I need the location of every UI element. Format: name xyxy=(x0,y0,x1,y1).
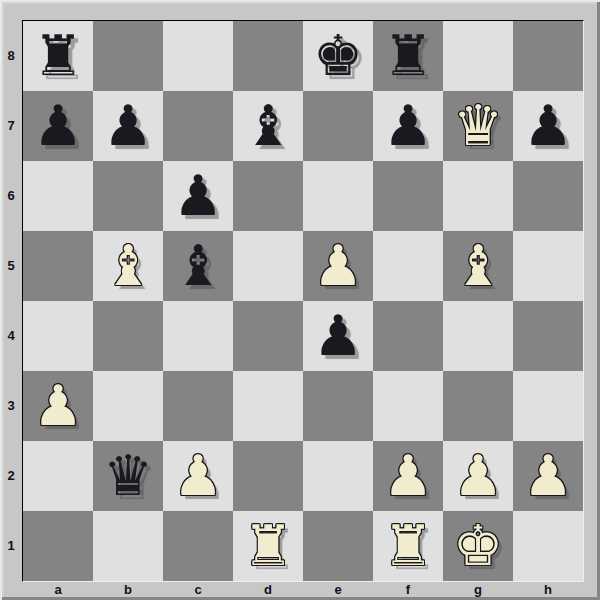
square-g3[interactable] xyxy=(443,371,513,441)
rank-label-7: 7 xyxy=(2,90,20,160)
board-frame: ♜♚♜♟♟♝♟♛♟♟♝♝♟♝♟♟♛♟♟♟♟♜♜♚ 87654321 abcdef… xyxy=(0,0,600,600)
square-h4[interactable] xyxy=(513,301,583,371)
square-e2[interactable] xyxy=(303,441,373,511)
rank-label-8: 8 xyxy=(2,20,20,90)
square-g5[interactable]: ♝ xyxy=(443,231,513,301)
square-a8[interactable]: ♜ xyxy=(23,21,93,91)
square-h3[interactable] xyxy=(513,371,583,441)
square-e8[interactable]: ♚ xyxy=(303,21,373,91)
square-d3[interactable] xyxy=(233,371,303,441)
rank-label-2: 2 xyxy=(2,440,20,510)
square-d7[interactable]: ♝ xyxy=(233,91,303,161)
square-g8[interactable] xyxy=(443,21,513,91)
square-c8[interactable] xyxy=(163,21,233,91)
square-f5[interactable] xyxy=(373,231,443,301)
file-label-d: d xyxy=(233,582,303,598)
square-f1[interactable]: ♜ xyxy=(373,511,443,581)
square-e7[interactable] xyxy=(303,91,373,161)
file-label-c: c xyxy=(163,582,233,598)
white-pawn: ♟ xyxy=(383,441,433,511)
square-h8[interactable] xyxy=(513,21,583,91)
file-label-a: a xyxy=(23,582,93,598)
black-rook: ♜ xyxy=(33,21,83,91)
file-label-f: f xyxy=(373,582,443,598)
white-bishop: ♝ xyxy=(103,231,153,301)
square-c4[interactable] xyxy=(163,301,233,371)
rank-label-1: 1 xyxy=(2,510,20,580)
white-pawn: ♟ xyxy=(173,441,223,511)
square-h5[interactable] xyxy=(513,231,583,301)
black-pawn: ♟ xyxy=(383,91,433,161)
square-a6[interactable] xyxy=(23,161,93,231)
square-e4[interactable]: ♟ xyxy=(303,301,373,371)
rank-label-6: 6 xyxy=(2,160,20,230)
white-pawn: ♟ xyxy=(33,371,83,441)
square-a2[interactable] xyxy=(23,441,93,511)
square-a3[interactable]: ♟ xyxy=(23,371,93,441)
square-f3[interactable] xyxy=(373,371,443,441)
white-rook: ♜ xyxy=(243,511,293,581)
square-b2[interactable]: ♛ xyxy=(93,441,163,511)
square-a5[interactable] xyxy=(23,231,93,301)
square-f6[interactable] xyxy=(373,161,443,231)
black-pawn: ♟ xyxy=(523,91,573,161)
white-king: ♚ xyxy=(453,511,503,581)
square-a4[interactable] xyxy=(23,301,93,371)
black-king: ♚ xyxy=(313,21,363,91)
rank-label-3: 3 xyxy=(2,370,20,440)
square-b5[interactable]: ♝ xyxy=(93,231,163,301)
white-pawn: ♟ xyxy=(523,441,573,511)
square-g4[interactable] xyxy=(443,301,513,371)
square-g7[interactable]: ♛ xyxy=(443,91,513,161)
square-f2[interactable]: ♟ xyxy=(373,441,443,511)
square-a1[interactable] xyxy=(23,511,93,581)
square-d5[interactable] xyxy=(233,231,303,301)
square-b7[interactable]: ♟ xyxy=(93,91,163,161)
square-c2[interactable]: ♟ xyxy=(163,441,233,511)
chess-board: ♜♚♜♟♟♝♟♛♟♟♝♝♟♝♟♟♛♟♟♟♟♜♜♚ xyxy=(22,20,584,582)
square-g1[interactable]: ♚ xyxy=(443,511,513,581)
white-rook: ♜ xyxy=(383,511,433,581)
square-b6[interactable] xyxy=(93,161,163,231)
black-bishop: ♝ xyxy=(173,231,223,301)
white-pawn: ♟ xyxy=(313,231,363,301)
black-bishop: ♝ xyxy=(243,91,293,161)
square-b8[interactable] xyxy=(93,21,163,91)
square-h6[interactable] xyxy=(513,161,583,231)
square-c5[interactable]: ♝ xyxy=(163,231,233,301)
rank-label-5: 5 xyxy=(2,230,20,300)
square-c7[interactable] xyxy=(163,91,233,161)
black-pawn: ♟ xyxy=(33,91,83,161)
black-rook: ♜ xyxy=(383,21,433,91)
square-g6[interactable] xyxy=(443,161,513,231)
square-e3[interactable] xyxy=(303,371,373,441)
white-pawn: ♟ xyxy=(453,441,503,511)
black-pawn: ♟ xyxy=(313,301,363,371)
black-queen: ♛ xyxy=(103,441,153,511)
square-d6[interactable] xyxy=(233,161,303,231)
file-label-h: h xyxy=(513,582,583,598)
square-d8[interactable] xyxy=(233,21,303,91)
square-d1[interactable]: ♜ xyxy=(233,511,303,581)
square-c6[interactable]: ♟ xyxy=(163,161,233,231)
square-h1[interactable] xyxy=(513,511,583,581)
square-b4[interactable] xyxy=(93,301,163,371)
rank-label-4: 4 xyxy=(2,300,20,370)
square-c1[interactable] xyxy=(163,511,233,581)
square-d4[interactable] xyxy=(233,301,303,371)
square-h7[interactable]: ♟ xyxy=(513,91,583,161)
square-f7[interactable]: ♟ xyxy=(373,91,443,161)
square-h2[interactable]: ♟ xyxy=(513,441,583,511)
file-label-e: e xyxy=(303,582,373,598)
square-f4[interactable] xyxy=(373,301,443,371)
white-queen: ♛ xyxy=(453,91,503,161)
square-a7[interactable]: ♟ xyxy=(23,91,93,161)
square-b1[interactable] xyxy=(93,511,163,581)
black-pawn: ♟ xyxy=(173,161,223,231)
black-pawn: ♟ xyxy=(103,91,153,161)
square-e5[interactable]: ♟ xyxy=(303,231,373,301)
square-g2[interactable]: ♟ xyxy=(443,441,513,511)
square-d2[interactable] xyxy=(233,441,303,511)
square-c3[interactable] xyxy=(163,371,233,441)
white-bishop: ♝ xyxy=(453,231,503,301)
file-label-b: b xyxy=(93,582,163,598)
square-e1[interactable] xyxy=(303,511,373,581)
square-f8[interactable]: ♜ xyxy=(373,21,443,91)
square-e6[interactable] xyxy=(303,161,373,231)
square-b3[interactable] xyxy=(93,371,163,441)
file-label-g: g xyxy=(443,582,513,598)
